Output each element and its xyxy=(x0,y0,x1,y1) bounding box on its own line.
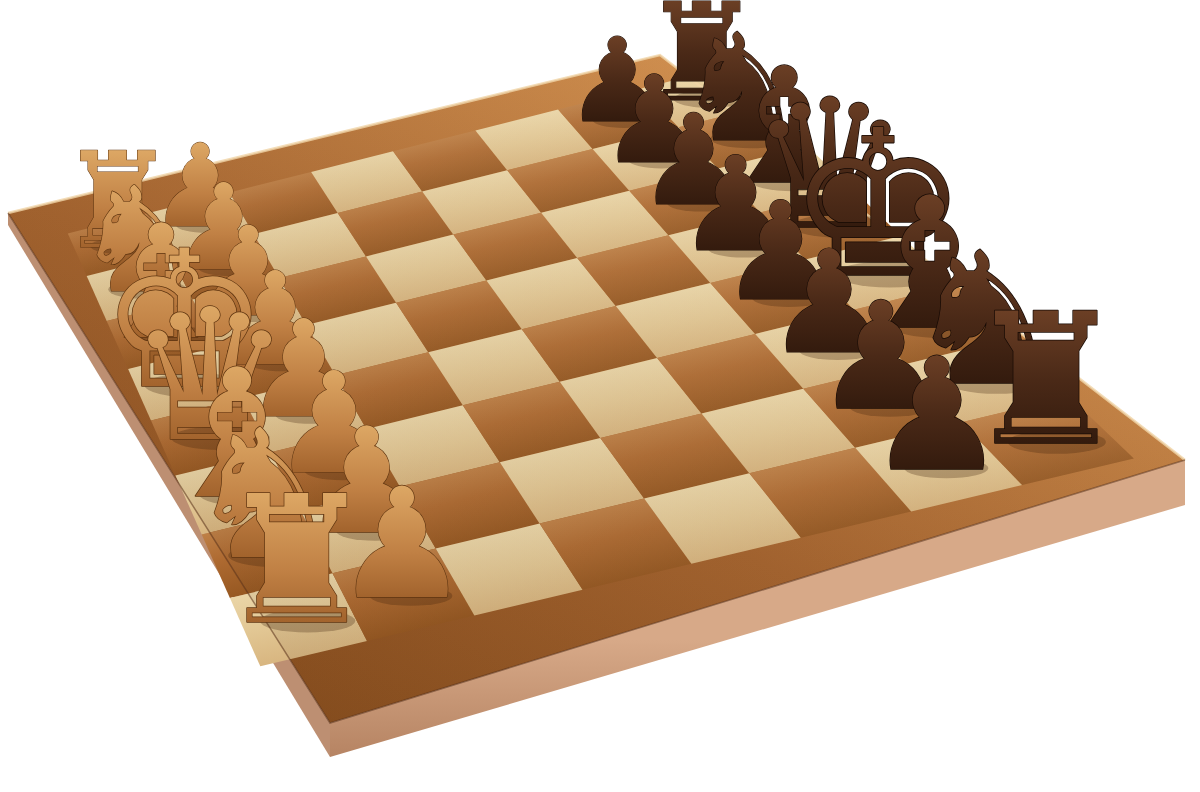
chessboard-photo: ♜♟♞♟♝♟♟♛♜♟♟♚♞♟♟♝♝♟♟♞♚♟♟♛♜♟♟♝♟♞♟♜ xyxy=(0,0,1200,792)
piece-white-rook-h1[interactable]: ♜ xyxy=(218,458,376,664)
scene: ♜♟♞♟♝♟♟♛♜♟♟♚♞♟♟♝♝♟♟♞♚♟♟♛♜♟♟♝♟♞♟♜ xyxy=(0,0,1200,792)
piece-black-pawn-h7[interactable]: ♟ xyxy=(867,324,1007,506)
